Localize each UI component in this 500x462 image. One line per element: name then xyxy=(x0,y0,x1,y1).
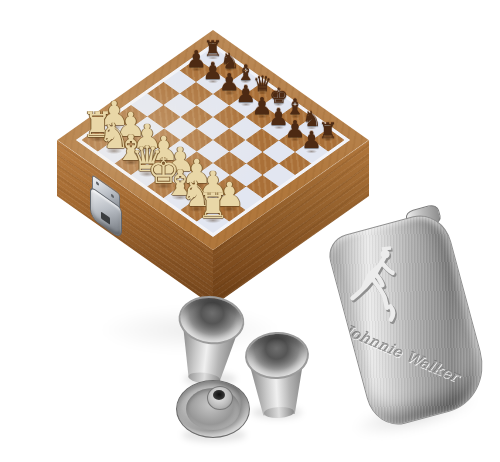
flask: Johnnie Walker xyxy=(324,209,493,432)
striding-man-logo xyxy=(341,240,414,327)
shot-cup-1 xyxy=(171,292,247,387)
funnel xyxy=(176,380,250,438)
funnel-hole xyxy=(213,390,225,400)
scene: ♜♟♞♟♝♟♛♟♚♟♝♟♟♞♜♟♟♜♞♟♟♝♟♛♟♚♟♝♟♞♟♜ Johnnie… xyxy=(0,0,500,462)
cup-base xyxy=(264,406,295,419)
flask-signature: Johnnie Walker xyxy=(342,321,462,385)
shot-cup-2 xyxy=(244,330,310,419)
